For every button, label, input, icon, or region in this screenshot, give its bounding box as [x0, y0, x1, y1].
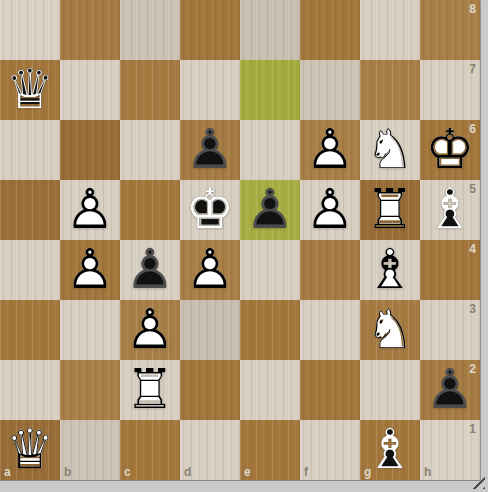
file-label-c: c — [124, 466, 131, 478]
white-rook[interactable]: ♜♖ — [360, 180, 420, 240]
square-b7[interactable] — [60, 60, 120, 120]
white-pawn[interactable]: ♟♙ — [60, 240, 120, 300]
square-a6[interactable] — [0, 120, 60, 180]
black-pawn[interactable]: ♟♙ — [420, 360, 480, 420]
square-e1[interactable]: e — [240, 420, 300, 480]
white-knight[interactable]: ♞♘ — [360, 300, 420, 360]
square-c5[interactable] — [120, 180, 180, 240]
rank-label-3: 3 — [469, 303, 476, 315]
square-f1[interactable]: f — [300, 420, 360, 480]
square-d7[interactable] — [180, 60, 240, 120]
piece-glyph-line: ♘ — [360, 300, 420, 359]
page: 8♛♕7♟♙♟♙♞♘6♚♔♟♙♚♔♟♙♟♙♜♖5♝♗♟♙♟♙♟♙♝♗4♟♙♞♘3… — [0, 0, 488, 492]
piece-glyph-line: ♙ — [420, 360, 480, 419]
square-g5[interactable]: ♜♖ — [360, 180, 420, 240]
square-e2[interactable] — [240, 360, 300, 420]
piece-glyph-line: ♗ — [360, 420, 420, 479]
square-e6[interactable] — [240, 120, 300, 180]
square-f3[interactable] — [300, 300, 360, 360]
square-b1[interactable]: b — [60, 420, 120, 480]
square-f6[interactable]: ♟♙ — [300, 120, 360, 180]
square-g6[interactable]: ♞♘ — [360, 120, 420, 180]
white-pawn[interactable]: ♟♙ — [120, 300, 180, 360]
black-bishop[interactable]: ♝♗ — [360, 420, 420, 480]
rank-label-4: 4 — [469, 243, 476, 255]
square-a1[interactable]: a♛♕ — [0, 420, 60, 480]
file-label-b: b — [64, 466, 71, 478]
square-e5[interactable]: ♟♙ — [240, 180, 300, 240]
square-a8[interactable] — [0, 0, 60, 60]
square-g4[interactable]: ♝♗ — [360, 240, 420, 300]
square-f8[interactable] — [300, 0, 360, 60]
piece-glyph-line: ♕ — [0, 60, 60, 119]
square-h5[interactable]: 5♝♗ — [420, 180, 480, 240]
square-g7[interactable] — [360, 60, 420, 120]
piece-glyph-line: ♙ — [300, 120, 360, 179]
white-king[interactable]: ♚♔ — [420, 120, 480, 180]
piece-glyph-line: ♗ — [360, 240, 420, 299]
square-e4[interactable] — [240, 240, 300, 300]
piece-glyph-line: ♖ — [360, 180, 420, 239]
piece-glyph-line: ♗ — [420, 180, 480, 239]
square-h2[interactable]: 2♟♙ — [420, 360, 480, 420]
file-label-h: h — [424, 466, 431, 478]
square-b6[interactable] — [60, 120, 120, 180]
square-c8[interactable] — [120, 0, 180, 60]
black-pawn[interactable]: ♟♙ — [120, 240, 180, 300]
white-knight[interactable]: ♞♘ — [360, 120, 420, 180]
white-pawn[interactable]: ♟♙ — [180, 240, 240, 300]
square-h7[interactable]: 7 — [420, 60, 480, 120]
square-f2[interactable] — [300, 360, 360, 420]
file-label-d: d — [184, 466, 191, 478]
square-c6[interactable] — [120, 120, 180, 180]
square-a3[interactable] — [0, 300, 60, 360]
square-d8[interactable] — [180, 0, 240, 60]
piece-glyph-line: ♙ — [60, 180, 120, 239]
square-d4[interactable]: ♟♙ — [180, 240, 240, 300]
square-c4[interactable]: ♟♙ — [120, 240, 180, 300]
square-h3[interactable]: 3 — [420, 300, 480, 360]
square-h4[interactable]: 4 — [420, 240, 480, 300]
file-label-f: f — [304, 466, 308, 478]
file-label-e: e — [244, 466, 251, 478]
piece-glyph-line: ♙ — [180, 120, 240, 179]
square-d3[interactable] — [180, 300, 240, 360]
square-g2[interactable] — [360, 360, 420, 420]
chess-board[interactable]: 8♛♕7♟♙♟♙♞♘6♚♔♟♙♚♔♟♙♟♙♜♖5♝♗♟♙♟♙♟♙♝♗4♟♙♞♘3… — [0, 0, 480, 480]
piece-glyph-line: ♙ — [120, 300, 180, 359]
square-c1[interactable]: c — [120, 420, 180, 480]
piece-glyph-line: ♔ — [420, 120, 480, 179]
piece-glyph-line: ♙ — [300, 180, 360, 239]
square-c2[interactable]: ♜♖ — [120, 360, 180, 420]
square-a2[interactable] — [0, 360, 60, 420]
square-f4[interactable] — [300, 240, 360, 300]
white-rook[interactable]: ♜♖ — [120, 360, 180, 420]
white-pawn[interactable]: ♟♙ — [300, 120, 360, 180]
square-d6[interactable]: ♟♙ — [180, 120, 240, 180]
piece-glyph-line: ♘ — [360, 120, 420, 179]
square-f5[interactable]: ♟♙ — [300, 180, 360, 240]
square-a4[interactable] — [0, 240, 60, 300]
square-a5[interactable] — [0, 180, 60, 240]
square-e3[interactable] — [240, 300, 300, 360]
square-b2[interactable] — [60, 360, 120, 420]
square-e8[interactable] — [240, 0, 300, 60]
square-g8[interactable] — [360, 0, 420, 60]
white-bishop[interactable]: ♝♗ — [360, 240, 420, 300]
square-h1[interactable]: 1h — [420, 420, 480, 480]
square-c7[interactable] — [120, 60, 180, 120]
rank-label-1: 1 — [469, 423, 476, 435]
square-f7[interactable] — [300, 60, 360, 120]
black-pawn[interactable]: ♟♙ — [180, 120, 240, 180]
square-d1[interactable]: d — [180, 420, 240, 480]
black-pawn[interactable]: ♟♙ — [240, 180, 300, 240]
white-pawn[interactable]: ♟♙ — [60, 180, 120, 240]
piece-glyph-line: ♙ — [180, 240, 240, 299]
square-b4[interactable]: ♟♙ — [60, 240, 120, 300]
square-g1[interactable]: g♝♗ — [360, 420, 420, 480]
white-queen[interactable]: ♛♕ — [0, 420, 60, 480]
white-pawn[interactable]: ♟♙ — [300, 180, 360, 240]
piece-glyph-line: ♙ — [240, 180, 300, 239]
square-e7[interactable] — [240, 60, 300, 120]
square-d2[interactable] — [180, 360, 240, 420]
square-c3[interactable]: ♟♙ — [120, 300, 180, 360]
square-b5[interactable]: ♟♙ — [60, 180, 120, 240]
square-b8[interactable] — [60, 0, 120, 60]
piece-glyph-line: ♕ — [0, 420, 60, 479]
piece-glyph-line: ♙ — [60, 240, 120, 299]
piece-glyph-line: ♙ — [120, 240, 180, 299]
square-d5[interactable]: ♚♔ — [180, 180, 240, 240]
rank-label-8: 8 — [469, 3, 476, 15]
black-king[interactable]: ♚♔ — [180, 180, 240, 240]
black-queen[interactable]: ♛♕ — [0, 60, 60, 120]
square-h8[interactable]: 8 — [420, 0, 480, 60]
piece-glyph-line: ♔ — [180, 180, 240, 239]
piece-glyph-line: ♖ — [120, 360, 180, 419]
square-h6[interactable]: 6♚♔ — [420, 120, 480, 180]
square-g3[interactable]: ♞♘ — [360, 300, 420, 360]
square-b3[interactable] — [60, 300, 120, 360]
square-a7[interactable]: ♛♕ — [0, 60, 60, 120]
rank-label-7: 7 — [469, 63, 476, 75]
black-bishop[interactable]: ♝♗ — [420, 180, 480, 240]
